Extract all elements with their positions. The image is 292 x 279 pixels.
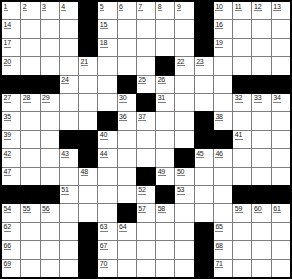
cell-r15c7[interactable]	[118, 260, 136, 277]
cell-r4c10[interactable]: 22	[175, 57, 193, 74]
clue-number-59: 59	[235, 205, 243, 213]
cell-r1c9[interactable]: 8	[156, 2, 174, 19]
cell-r2c1[interactable]: 14	[2, 20, 20, 37]
cell-r12c5[interactable]	[79, 204, 97, 221]
black-square-r11c3	[41, 186, 59, 203]
clue-number-17: 17	[4, 39, 12, 47]
cell-r12c13[interactable]: 59	[233, 204, 251, 221]
clue-number-65: 65	[215, 223, 223, 231]
clue-number-67: 67	[100, 242, 108, 250]
black-square-r3c11	[195, 39, 213, 56]
clue-number-18: 18	[100, 39, 108, 47]
cell-r9c13[interactable]	[233, 149, 251, 166]
cell-r1c1[interactable]: 1	[2, 2, 20, 19]
cell-r2c3[interactable]	[41, 20, 59, 37]
cell-r12c4[interactable]	[60, 204, 78, 221]
cell-r3c8[interactable]	[137, 39, 155, 56]
black-square-r2c5	[79, 20, 97, 37]
clue-number-47: 47	[4, 168, 12, 176]
black-square-r14c5	[79, 241, 97, 258]
cell-r4c15[interactable]	[272, 57, 290, 74]
cell-r6c7[interactable]: 30	[118, 94, 136, 111]
cell-r15c10[interactable]	[175, 260, 193, 277]
clue-number-53: 53	[177, 186, 185, 194]
clue-number-40: 40	[100, 131, 108, 139]
cell-r12c2[interactable]: 55	[21, 204, 39, 221]
cell-r13c13[interactable]	[233, 223, 251, 240]
cell-r14c2[interactable]	[21, 241, 39, 258]
cell-r12c10[interactable]	[175, 204, 193, 221]
cell-r15c2[interactable]	[21, 260, 39, 277]
clue-number-62: 62	[4, 223, 12, 231]
cell-r10c7[interactable]	[118, 168, 136, 185]
clue-number-52: 52	[138, 186, 146, 194]
cell-r11c4[interactable]: 51	[60, 186, 78, 203]
cell-r8c13[interactable]: 41	[233, 131, 251, 148]
cell-r1c4[interactable]: 4	[60, 2, 78, 19]
black-square-r8c4	[60, 131, 78, 148]
cell-r10c4[interactable]	[60, 168, 78, 185]
cell-r7c13[interactable]	[233, 112, 251, 129]
cell-r9c6[interactable]: 44	[98, 149, 116, 166]
black-square-r11c2	[21, 186, 39, 203]
cell-r11c11[interactable]	[195, 186, 213, 203]
clue-number-50: 50	[177, 168, 185, 176]
cell-r4c14[interactable]	[252, 57, 270, 74]
cell-r10c15[interactable]	[272, 168, 290, 185]
cell-r2c12[interactable]: 16	[214, 20, 232, 37]
black-square-r11c9	[156, 186, 174, 203]
cell-r7c9[interactable]	[156, 112, 174, 129]
cell-r11c12[interactable]	[214, 186, 232, 203]
cell-r14c8[interactable]	[137, 241, 155, 258]
clue-number-9: 9	[177, 3, 181, 11]
black-square-r8c5	[79, 131, 97, 148]
crossword-board: 1234567891011121314151617181920212223242…	[0, 0, 292, 279]
cell-r15c9[interactable]	[156, 260, 174, 277]
cell-r2c8[interactable]	[137, 20, 155, 37]
cell-r9c3[interactable]	[41, 149, 59, 166]
cell-r8c7[interactable]	[118, 131, 136, 148]
cell-r14c6[interactable]: 67	[98, 241, 116, 258]
cell-r11c8[interactable]: 52	[137, 186, 155, 203]
cell-r2c4[interactable]	[60, 20, 78, 37]
cell-r9c14[interactable]	[252, 149, 270, 166]
cell-r14c1[interactable]: 66	[2, 241, 20, 258]
cell-r13c3[interactable]	[41, 223, 59, 240]
cell-r8c2[interactable]	[21, 131, 39, 148]
cell-r11c10[interactable]: 53	[175, 186, 193, 203]
clue-number-54: 54	[4, 205, 12, 213]
cell-r13c8[interactable]	[137, 223, 155, 240]
clue-number-32: 32	[235, 94, 243, 102]
clue-number-44: 44	[100, 150, 108, 158]
black-square-r11c14	[252, 186, 270, 203]
clue-number-49: 49	[158, 168, 166, 176]
cell-r12c8[interactable]: 57	[137, 204, 155, 221]
cell-r15c15[interactable]	[272, 260, 290, 277]
clue-number-1: 1	[4, 3, 8, 11]
cell-r13c2[interactable]	[21, 223, 39, 240]
clue-number-7: 7	[138, 3, 142, 11]
cell-r15c13[interactable]	[233, 260, 251, 277]
black-square-r5c14	[252, 76, 270, 93]
cell-r7c4[interactable]	[60, 112, 78, 129]
cell-r3c14[interactable]	[252, 39, 270, 56]
cell-r14c3[interactable]	[41, 241, 59, 258]
cell-r14c14[interactable]	[252, 241, 270, 258]
cell-r1c8[interactable]: 7	[137, 2, 155, 19]
clue-number-27: 27	[4, 94, 12, 102]
cell-r2c7[interactable]	[118, 20, 136, 37]
black-square-r14c11	[195, 241, 213, 258]
cell-r9c4[interactable]: 43	[60, 149, 78, 166]
black-square-r7c11	[195, 112, 213, 129]
cell-r10c14[interactable]	[252, 168, 270, 185]
black-square-r8c12	[214, 131, 232, 148]
clue-number-37: 37	[138, 113, 146, 121]
cell-r4c11[interactable]: 23	[195, 57, 213, 74]
cell-r13c4[interactable]	[60, 223, 78, 240]
cell-r4c8[interactable]	[137, 57, 155, 74]
clue-number-13: 13	[273, 3, 281, 11]
black-square-r1c5	[79, 2, 97, 19]
cell-r5c6[interactable]	[98, 76, 116, 93]
cell-r2c9[interactable]	[156, 20, 174, 37]
cell-r6c9[interactable]: 31	[156, 94, 174, 111]
black-square-r6c8	[137, 94, 155, 111]
cell-r14c9[interactable]	[156, 241, 174, 258]
cell-r5c8[interactable]: 25	[137, 76, 155, 93]
cell-r6c4[interactable]	[60, 94, 78, 111]
cell-r3c15[interactable]	[272, 39, 290, 56]
cell-r7c10[interactable]	[175, 112, 193, 129]
clue-number-30: 30	[119, 94, 127, 102]
black-square-r5c2	[21, 76, 39, 93]
clue-number-2: 2	[23, 3, 27, 11]
cell-r4c1[interactable]: 20	[2, 57, 20, 74]
black-square-r2c11	[195, 20, 213, 37]
cell-r1c14[interactable]: 12	[252, 2, 270, 19]
black-square-r9c5	[79, 149, 97, 166]
clue-number-22: 22	[177, 58, 185, 66]
cell-r5c11[interactable]	[195, 76, 213, 93]
clue-number-10: 10	[215, 3, 223, 11]
black-square-r5c7	[118, 76, 136, 93]
clue-number-48: 48	[81, 168, 89, 176]
cell-r13c1[interactable]: 62	[2, 223, 20, 240]
clue-number-25: 25	[138, 76, 146, 84]
cell-r9c8[interactable]	[137, 149, 155, 166]
cell-r4c5[interactable]: 21	[79, 57, 97, 74]
clue-number-33: 33	[254, 94, 262, 102]
cell-r2c6[interactable]: 15	[98, 20, 116, 37]
cell-r15c1[interactable]: 69	[2, 260, 20, 277]
cell-r13c10[interactable]	[175, 223, 193, 240]
cell-r4c4[interactable]	[60, 57, 78, 74]
cell-r15c4[interactable]	[60, 260, 78, 277]
cell-r2c10[interactable]	[175, 20, 193, 37]
black-square-r1c11	[195, 2, 213, 19]
cell-r4c2[interactable]	[21, 57, 39, 74]
clue-number-8: 8	[158, 3, 162, 11]
clue-number-39: 39	[4, 131, 12, 139]
cell-r5c9[interactable]: 26	[156, 76, 174, 93]
cell-r2c13[interactable]	[233, 20, 251, 37]
clue-number-64: 64	[119, 223, 127, 231]
clue-number-19: 19	[215, 39, 223, 47]
cell-r15c3[interactable]	[41, 260, 59, 277]
cell-r6c14[interactable]: 33	[252, 94, 270, 111]
clue-number-51: 51	[61, 186, 69, 194]
cell-r12c14[interactable]: 60	[252, 204, 270, 221]
cell-r1c13[interactable]: 11	[233, 2, 251, 19]
cell-r9c2[interactable]	[21, 149, 39, 166]
cell-r9c7[interactable]	[118, 149, 136, 166]
cell-r14c7[interactable]	[118, 241, 136, 258]
cell-r6c6[interactable]	[98, 94, 116, 111]
black-square-r15c11	[195, 260, 213, 277]
cell-r12c3[interactable]: 56	[41, 204, 59, 221]
cell-r6c15[interactable]: 34	[272, 94, 290, 111]
cell-r4c13[interactable]	[233, 57, 251, 74]
clue-number-58: 58	[158, 205, 166, 213]
clue-number-11: 11	[235, 3, 242, 11]
cell-r6c13[interactable]: 32	[233, 94, 251, 111]
cell-r9c15[interactable]	[272, 149, 290, 166]
cell-r13c14[interactable]	[252, 223, 270, 240]
clue-number-60: 60	[254, 205, 262, 213]
cell-r6c3[interactable]: 29	[41, 94, 59, 111]
cell-r7c12[interactable]: 38	[214, 112, 232, 129]
cell-r7c15[interactable]	[272, 112, 290, 129]
cell-r9c9[interactable]	[156, 149, 174, 166]
cell-r14c10[interactable]	[175, 241, 193, 258]
clue-number-16: 16	[215, 21, 223, 29]
cell-r6c11[interactable]	[195, 94, 213, 111]
black-square-r5c1	[2, 76, 20, 93]
cell-r3c1[interactable]: 17	[2, 39, 20, 56]
black-square-r4c9	[156, 57, 174, 74]
cell-r12c6[interactable]	[98, 204, 116, 221]
cell-r12c11[interactable]	[195, 204, 213, 221]
clue-number-14: 14	[4, 21, 12, 29]
clue-number-69: 69	[4, 260, 12, 268]
cell-r8c14[interactable]	[252, 131, 270, 148]
cell-r10c3[interactable]	[41, 168, 59, 185]
cell-r8c15[interactable]	[272, 131, 290, 148]
cell-r1c15[interactable]: 13	[272, 2, 290, 19]
cell-r6c2[interactable]: 28	[21, 94, 39, 111]
cell-r12c15[interactable]: 61	[272, 204, 290, 221]
cell-r10c6[interactable]	[98, 168, 116, 185]
cell-r5c12[interactable]	[214, 76, 232, 93]
black-square-r11c13	[233, 186, 251, 203]
cell-r4c6[interactable]	[98, 57, 116, 74]
black-square-r7c6	[98, 112, 116, 129]
cell-r10c2[interactable]	[21, 168, 39, 185]
black-square-r3c5	[79, 39, 97, 56]
cell-r14c13[interactable]	[233, 241, 251, 258]
cell-r9c11[interactable]: 45	[195, 149, 213, 166]
cell-r1c2[interactable]: 2	[21, 2, 39, 19]
cell-r1c7[interactable]: 6	[118, 2, 136, 19]
clue-number-28: 28	[23, 94, 31, 102]
cell-r13c7[interactable]: 64	[118, 223, 136, 240]
cell-r14c15[interactable]	[272, 241, 290, 258]
cell-r1c10[interactable]: 9	[175, 2, 193, 19]
cell-r6c12[interactable]	[214, 94, 232, 111]
cell-r10c10[interactable]: 50	[175, 168, 193, 185]
clue-number-35: 35	[4, 113, 12, 121]
black-square-r5c13	[233, 76, 251, 93]
cell-r3c4[interactable]	[60, 39, 78, 56]
clue-number-26: 26	[158, 76, 166, 84]
cell-r2c2[interactable]	[21, 20, 39, 37]
clue-number-21: 21	[81, 58, 89, 66]
clue-number-46: 46	[215, 150, 223, 158]
black-square-r8c11	[195, 131, 213, 148]
clue-number-31: 31	[158, 94, 166, 102]
cell-r8c10[interactable]	[175, 131, 193, 148]
cell-r7c7[interactable]: 36	[118, 112, 136, 129]
cell-r8c9[interactable]	[156, 131, 174, 148]
cell-r12c9[interactable]: 58	[156, 204, 174, 221]
clue-number-66: 66	[4, 242, 12, 250]
clue-number-70: 70	[100, 260, 108, 268]
cell-r2c14[interactable]	[252, 20, 270, 37]
cell-r7c5[interactable]	[79, 112, 97, 129]
black-square-r13c5	[79, 223, 97, 240]
black-square-r13c11	[195, 223, 213, 240]
cell-r10c9[interactable]: 49	[156, 168, 174, 185]
clue-number-12: 12	[254, 3, 262, 11]
black-square-r11c15	[272, 186, 290, 203]
cell-r10c13[interactable]	[233, 168, 251, 185]
cell-r13c15[interactable]	[272, 223, 290, 240]
black-square-r11c1	[2, 186, 20, 203]
cell-r7c14[interactable]	[252, 112, 270, 129]
cell-r3c3[interactable]	[41, 39, 59, 56]
cell-r7c8[interactable]: 37	[137, 112, 155, 129]
clue-number-15: 15	[100, 21, 108, 29]
clue-number-29: 29	[42, 94, 50, 102]
clue-number-36: 36	[119, 113, 127, 121]
cell-r10c12[interactable]	[214, 168, 232, 185]
black-square-r5c15	[272, 76, 290, 93]
cell-r1c6[interactable]: 5	[98, 2, 116, 19]
cell-r10c5[interactable]: 48	[79, 168, 97, 185]
cell-r6c5[interactable]	[79, 94, 97, 111]
cell-r1c3[interactable]: 3	[41, 2, 59, 19]
clue-number-56: 56	[42, 205, 50, 213]
clue-number-4: 4	[61, 3, 65, 11]
cell-r9c1[interactable]: 42	[2, 149, 20, 166]
cell-r5c10[interactable]	[175, 76, 193, 93]
cell-r10c11[interactable]	[195, 168, 213, 185]
cell-r3c10[interactable]	[175, 39, 193, 56]
cell-r12c12[interactable]	[214, 204, 232, 221]
cell-r15c12[interactable]: 71	[214, 260, 232, 277]
clue-number-71: 71	[215, 260, 223, 268]
cell-r9c12[interactable]: 46	[214, 149, 232, 166]
cell-r6c10[interactable]	[175, 94, 193, 111]
cell-r15c6[interactable]: 70	[98, 260, 116, 277]
black-square-r12c7	[118, 204, 136, 221]
cell-r10c1[interactable]: 47	[2, 168, 20, 185]
clue-number-61: 61	[273, 205, 281, 213]
clue-number-68: 68	[215, 242, 223, 250]
cell-r13c6[interactable]: 63	[98, 223, 116, 240]
cell-r8c1[interactable]: 39	[2, 131, 20, 148]
cell-r8c8[interactable]	[137, 131, 155, 148]
cell-r3c6[interactable]: 18	[98, 39, 116, 56]
cell-r5c5[interactable]	[79, 76, 97, 93]
cell-r3c13[interactable]	[233, 39, 251, 56]
black-square-r10c8	[137, 168, 155, 185]
clue-number-34: 34	[273, 94, 281, 102]
cell-r4c12[interactable]	[214, 57, 232, 74]
clue-number-3: 3	[42, 3, 46, 11]
cell-r14c4[interactable]	[60, 241, 78, 258]
cell-r3c9[interactable]	[156, 39, 174, 56]
black-square-r9c10	[175, 149, 193, 166]
cell-r8c3[interactable]	[41, 131, 59, 148]
clue-number-38: 38	[215, 113, 223, 121]
cell-r8c6[interactable]: 40	[98, 131, 116, 148]
cell-r5c4[interactable]: 24	[60, 76, 78, 93]
cell-r1c12[interactable]: 10	[214, 2, 232, 19]
cell-r15c8[interactable]	[137, 260, 155, 277]
clue-number-5: 5	[100, 3, 104, 11]
black-square-r5c3	[41, 76, 59, 93]
clue-number-20: 20	[4, 58, 12, 66]
cell-r3c2[interactable]	[21, 39, 39, 56]
cell-r13c9[interactable]	[156, 223, 174, 240]
clue-number-41: 41	[235, 131, 243, 139]
cell-r3c7[interactable]	[118, 39, 136, 56]
cell-r6c1[interactable]: 27	[2, 94, 20, 111]
clue-number-45: 45	[196, 150, 204, 158]
clue-number-24: 24	[61, 76, 69, 84]
clue-number-63: 63	[100, 223, 108, 231]
cell-r4c7[interactable]	[118, 57, 136, 74]
cell-r11c6[interactable]	[98, 186, 116, 203]
cell-r11c7[interactable]	[118, 186, 136, 203]
clue-number-42: 42	[4, 150, 12, 158]
cell-r3c12[interactable]: 19	[214, 39, 232, 56]
cell-r7c1[interactable]: 35	[2, 112, 20, 129]
clue-number-57: 57	[138, 205, 146, 213]
cell-r4c3[interactable]	[41, 57, 59, 74]
clue-number-43: 43	[61, 150, 69, 158]
clue-number-55: 55	[23, 205, 31, 213]
cell-r7c3[interactable]	[41, 112, 59, 129]
cell-r12c1[interactable]: 54	[2, 204, 20, 221]
clue-number-6: 6	[119, 3, 123, 11]
cell-r11c5[interactable]	[79, 186, 97, 203]
cell-r2c15[interactable]	[272, 20, 290, 37]
black-square-r15c5	[79, 260, 97, 277]
cell-r14c12[interactable]: 68	[214, 241, 232, 258]
cell-r13c12[interactable]: 65	[214, 223, 232, 240]
clue-number-23: 23	[196, 58, 204, 66]
cell-r15c14[interactable]	[252, 260, 270, 277]
cell-r7c2[interactable]	[21, 112, 39, 129]
